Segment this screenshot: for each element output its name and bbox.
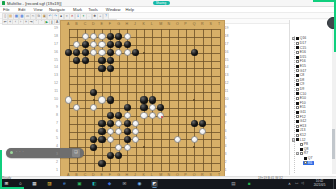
black-stone xyxy=(124,41,131,48)
coord-number-left: 14 xyxy=(52,65,58,69)
black-stone xyxy=(82,57,89,64)
grid-line-v xyxy=(203,29,204,171)
black-move-icon xyxy=(296,56,299,59)
tray-volume-icon[interactable]: ◁ xyxy=(301,181,304,185)
file-explorer-icon[interactable]: ▨ xyxy=(46,180,53,187)
black-move-icon xyxy=(296,111,299,114)
share-frame-top xyxy=(313,0,336,2)
white-move-icon xyxy=(296,60,299,63)
grid-line-h xyxy=(69,155,220,156)
black-stone xyxy=(82,49,89,56)
black-move-icon xyxy=(296,46,299,49)
white-move-icon xyxy=(296,115,299,118)
black-move-icon xyxy=(296,102,299,105)
white-move-icon xyxy=(296,134,299,137)
coord-number-right: 12 xyxy=(225,81,231,85)
coord-number-left: 4 xyxy=(52,144,58,148)
white-stone xyxy=(107,136,114,143)
white-stone xyxy=(82,33,89,40)
coord-number-right: 13 xyxy=(225,73,231,77)
grid-line-v xyxy=(220,29,221,171)
move-list-panel: +Q16D17C15E16D15F16E15G17C8D8C9D9C10E10F… xyxy=(289,20,336,175)
white-move-icon xyxy=(296,125,299,128)
coord-number-left: 16 xyxy=(52,50,58,54)
coord-number-left: 8 xyxy=(52,113,58,117)
mail-app-icon[interactable]: ✉ xyxy=(121,180,128,187)
grid-line-h xyxy=(69,132,220,133)
black-stone xyxy=(107,49,114,56)
white-stone xyxy=(98,33,105,40)
expander-icon[interactable]: + xyxy=(292,37,295,40)
black-stone xyxy=(199,120,206,127)
coord-letter-top: T xyxy=(218,22,220,26)
go-editor-app-icon[interactable]: ◩ xyxy=(151,180,158,187)
teal-app-icon[interactable]: ◧ xyxy=(91,180,98,187)
black-move-icon xyxy=(296,74,299,77)
black-stone xyxy=(98,128,105,135)
black-stone xyxy=(107,33,114,40)
coord-letter-top: J xyxy=(134,22,136,26)
tray-chevron-icon[interactable]: ∧ xyxy=(288,181,291,186)
grid-line-h xyxy=(69,163,220,164)
white-stone xyxy=(90,49,97,56)
coord-letter-top: F xyxy=(109,22,111,26)
scrollbar-thumb[interactable] xyxy=(332,129,335,159)
coord-letter-top: M xyxy=(159,22,162,26)
white-stone xyxy=(90,41,97,48)
coord-number-left: 15 xyxy=(52,58,58,62)
share-frame-left xyxy=(0,150,2,189)
windows-taskbar: ∧ ▭ ◁ 10:422021/6/5 ⊞○▦▨e▣◧◆✉◉◩▤■ xyxy=(0,179,336,189)
coord-letter-top: Q xyxy=(193,22,196,26)
black-stone xyxy=(90,136,97,143)
share-bar-text: · · · xyxy=(16,150,24,154)
coord-number-right: 8 xyxy=(225,113,231,117)
black-stone xyxy=(115,41,122,48)
black-stone xyxy=(115,112,122,119)
white-stone xyxy=(73,41,80,48)
coord-letter-top: N xyxy=(168,22,171,26)
share-bar-expand-button[interactable]: ❏ xyxy=(72,149,80,157)
star-point xyxy=(143,52,145,54)
tray-network-icon[interactable]: ▭ xyxy=(295,181,298,185)
white-stone xyxy=(115,120,122,127)
coord-number-right: 18 xyxy=(225,34,231,38)
grid-line-v xyxy=(186,29,187,171)
coord-number-left: 5 xyxy=(52,136,58,140)
black-stone xyxy=(115,152,122,159)
coord-number-left: 3 xyxy=(52,152,58,156)
white-move-icon xyxy=(300,143,303,146)
coord-number-left: 6 xyxy=(52,129,58,133)
white-stone xyxy=(115,144,122,151)
menu-edit[interactable]: Edit xyxy=(18,7,25,12)
white-move-icon xyxy=(296,42,299,45)
black-stone xyxy=(98,120,105,127)
menu-window[interactable]: Window xyxy=(106,7,121,12)
coord-number-right: 19 xyxy=(225,26,231,30)
coord-number-left: 13 xyxy=(52,73,58,77)
coord-letter-top: G xyxy=(117,22,120,26)
black-stone xyxy=(82,41,89,48)
white-move-icon xyxy=(296,51,299,54)
white-stone xyxy=(191,136,198,143)
black-stone xyxy=(73,57,80,64)
black-stone xyxy=(115,33,122,40)
menu-file[interactable]: File xyxy=(3,7,10,12)
white-stone xyxy=(107,128,114,135)
coord-number-left: 11 xyxy=(52,89,58,93)
last-move-marker xyxy=(161,116,163,118)
photos-app-icon[interactable]: ◉ xyxy=(136,180,143,187)
move-list-item[interactable]: R6 xyxy=(290,161,336,166)
sharing-app-icon[interactable]: ■ xyxy=(246,180,253,187)
coord-number-left: 17 xyxy=(52,42,58,46)
black-stone xyxy=(140,104,147,111)
menu-view[interactable]: View xyxy=(34,7,43,12)
black-stone xyxy=(124,120,131,127)
black-move-icon xyxy=(296,129,299,132)
coord-number-right: 5 xyxy=(225,136,231,140)
menu-tools[interactable]: Tools xyxy=(88,7,98,12)
grid-line-v xyxy=(161,29,162,171)
coord-number-right: 10 xyxy=(225,97,231,101)
recording-dot-icon xyxy=(10,151,13,154)
white-stone xyxy=(115,128,122,135)
coord-number-right: 11 xyxy=(225,89,231,93)
expander-icon[interactable]: + xyxy=(296,152,299,155)
white-stone xyxy=(115,49,122,56)
show-desktop-button[interactable] xyxy=(333,179,335,189)
white-stone xyxy=(98,96,105,103)
coord-number-right: 16 xyxy=(225,50,231,54)
gray-app-icon[interactable]: ▤ xyxy=(230,180,237,187)
grid-line-v xyxy=(169,29,170,171)
coord-number-left: 10 xyxy=(52,97,58,101)
black-stone xyxy=(90,89,97,96)
coord-number-right: 6 xyxy=(225,129,231,133)
expander-icon[interactable]: + xyxy=(292,138,295,141)
coord-number-left: 18 xyxy=(52,34,58,38)
black-stone xyxy=(132,49,139,56)
black-stone xyxy=(98,57,105,64)
black-move-icon xyxy=(300,148,303,151)
black-stone xyxy=(98,160,105,167)
white-move-icon xyxy=(296,88,299,91)
grid-line-v xyxy=(211,29,212,171)
white-stone xyxy=(90,104,97,111)
white-stone xyxy=(98,41,105,48)
black-move-icon xyxy=(296,65,299,68)
grid-line-v xyxy=(178,29,179,171)
black-stone xyxy=(107,65,114,72)
coord-letter-top: H xyxy=(126,22,129,26)
black-stone xyxy=(98,136,105,143)
black-stone xyxy=(149,96,156,103)
black-stone xyxy=(124,136,131,143)
white-move-icon xyxy=(304,161,307,164)
black-stone xyxy=(65,49,72,56)
coord-number-left: 9 xyxy=(52,105,58,109)
edge-browser-icon[interactable]: e xyxy=(61,180,68,187)
goban[interactable]: AABBCCDDEEFFGGHHJJKKLLMMNNOOPPQQRRSSTT xyxy=(60,20,225,177)
coord-number-right: 9 xyxy=(225,105,231,109)
star-point xyxy=(93,99,95,101)
black-stone xyxy=(191,120,198,127)
white-stone xyxy=(98,49,105,56)
white-stone xyxy=(132,136,139,143)
coord-number-right: 17 xyxy=(225,42,231,46)
white-stone xyxy=(174,136,181,143)
white-stone xyxy=(149,104,156,111)
black-stone xyxy=(191,49,198,56)
taskbar-clock[interactable]: 10:422021/6/5 xyxy=(307,180,332,188)
menu-navigate[interactable]: Navigate xyxy=(49,7,65,12)
coord-number-right: 15 xyxy=(225,58,231,62)
coord-letter-top: E xyxy=(100,22,102,26)
coord-number-right: 1 xyxy=(225,168,231,172)
white-stone xyxy=(132,120,139,127)
white-stone xyxy=(124,33,131,40)
white-stone xyxy=(73,104,80,111)
white-stone xyxy=(140,112,147,119)
coord-letter-top: R xyxy=(201,22,204,26)
coord-number-left: 19 xyxy=(52,26,58,30)
black-stone xyxy=(107,41,114,48)
coord-number-right: 4 xyxy=(225,144,231,148)
black-stone xyxy=(107,96,114,103)
window-titlebar[interactable]: MultiGo - [record.sgf (19x19)] Sharing xyxy=(0,0,336,7)
task-view-button[interactable]: ▦ xyxy=(31,180,38,187)
coord-letter-top: S xyxy=(210,22,212,26)
coord-number-right: 2 xyxy=(225,160,231,164)
black-stone xyxy=(107,152,114,159)
coord-number-left: 12 xyxy=(52,81,58,85)
black-stone xyxy=(107,112,114,119)
coord-letter-top: O xyxy=(176,22,179,26)
black-stone xyxy=(73,49,80,56)
black-stone xyxy=(98,65,105,72)
coord-number-left: 1 xyxy=(52,168,58,172)
coord-letter-top: D xyxy=(92,22,95,26)
black-stone xyxy=(90,144,97,151)
window-title: MultiGo - [record.sgf (19x19)] xyxy=(7,1,61,6)
white-move-icon xyxy=(296,69,299,72)
coord-number-right: 14 xyxy=(225,65,231,69)
coord-number-left: 7 xyxy=(52,121,58,125)
menu-help[interactable]: Help xyxy=(126,7,134,12)
floating-share-bar[interactable]: · · · ❏ xyxy=(6,148,84,159)
white-stone xyxy=(124,112,131,119)
white-stone xyxy=(157,112,164,119)
app-icon xyxy=(2,1,5,4)
coord-letter-top: B xyxy=(75,22,77,26)
coord-number-right: 3 xyxy=(225,152,231,156)
black-stone xyxy=(107,57,114,64)
white-stone xyxy=(149,112,156,119)
coord-number-left: 2 xyxy=(52,160,58,164)
black-move-icon xyxy=(296,138,299,141)
black-stone xyxy=(124,128,131,135)
white-move-icon xyxy=(296,79,299,82)
coord-letter-top: L xyxy=(151,22,153,26)
share-frame-bottom xyxy=(0,187,24,189)
green-app-icon[interactable]: ▣ xyxy=(76,180,83,187)
white-stone xyxy=(132,128,139,135)
black-stone xyxy=(157,104,164,111)
black-stone xyxy=(124,104,131,111)
sharing-badge[interactable]: Sharing xyxy=(153,1,170,6)
white-stone xyxy=(65,96,72,103)
grid-line-h xyxy=(69,171,220,172)
white-stone xyxy=(199,128,206,135)
desktop-screen: MultiGo - [record.sgf (19x19)] Sharing F… xyxy=(0,0,336,189)
coord-letter-top: A xyxy=(67,22,69,26)
black-move-icon xyxy=(296,120,299,123)
black-move-icon xyxy=(304,157,307,160)
black-stone xyxy=(107,120,114,127)
blue-app-icon[interactable]: ◆ xyxy=(106,180,113,187)
coord-letter-top: K xyxy=(142,22,144,26)
coord-letter-top: P xyxy=(184,22,186,26)
white-move-icon xyxy=(300,152,303,155)
white-stone xyxy=(124,49,131,56)
move-label: R6 xyxy=(308,161,312,165)
white-stone xyxy=(90,33,97,40)
coord-number-right: 7 xyxy=(225,121,231,125)
black-move-icon xyxy=(296,92,299,95)
black-move-icon xyxy=(296,83,299,86)
black-stone xyxy=(140,96,147,103)
black-move-icon xyxy=(296,37,299,40)
menu-mark[interactable]: Mark xyxy=(73,7,82,12)
white-stone xyxy=(124,144,131,151)
white-move-icon xyxy=(296,106,299,109)
coord-letter-top: C xyxy=(84,22,87,26)
white-move-icon xyxy=(296,97,299,100)
